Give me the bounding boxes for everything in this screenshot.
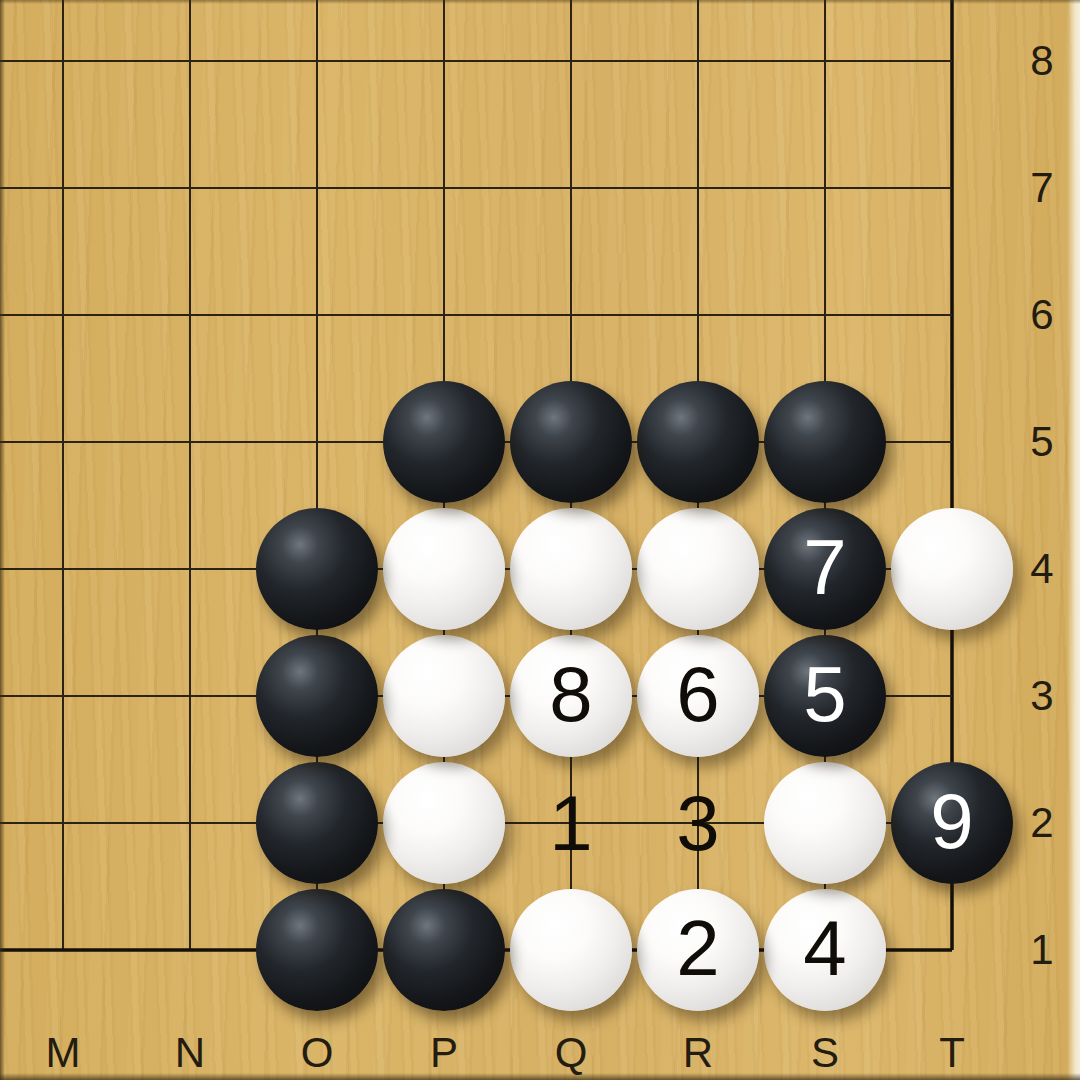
move-number-8: 8 — [549, 655, 592, 733]
stone-Q4-white[interactable] — [510, 508, 632, 630]
stone-O1-black[interactable] — [256, 889, 378, 1011]
stone-Q5-black[interactable] — [510, 381, 632, 503]
stone-S4-black[interactable]: 7 — [764, 508, 886, 630]
column-label-P: P — [409, 1026, 479, 1080]
screenshot-root: { "game": "go", "board_size": 19, "view"… — [0, 0, 1080, 1080]
stone-R4-white[interactable] — [637, 508, 759, 630]
column-label-O: O — [282, 1026, 352, 1080]
move-number-4: 4 — [803, 909, 846, 987]
stone-P3-white[interactable] — [383, 635, 505, 757]
stone-S1-white[interactable]: 4 — [764, 889, 886, 1011]
move-number-2: 2 — [676, 909, 719, 987]
column-label-Q: Q — [536, 1026, 606, 1080]
move-number-5: 5 — [803, 655, 846, 733]
move-number-9: 9 — [930, 782, 973, 860]
move-number-3-empty-point-R2[interactable]: 3 — [637, 762, 759, 884]
stone-P1-black[interactable] — [383, 889, 505, 1011]
stone-R1-white[interactable]: 2 — [637, 889, 759, 1011]
column-label-M: M — [28, 1026, 98, 1080]
row-label-6: 6 — [1007, 288, 1077, 342]
row-label-4: 4 — [1007, 542, 1077, 596]
row-label-3: 3 — [1007, 669, 1077, 723]
move-number-7: 7 — [803, 528, 846, 606]
stone-O3-black[interactable] — [256, 635, 378, 757]
row-label-5: 5 — [1007, 415, 1077, 469]
stone-T4-white[interactable] — [891, 508, 1013, 630]
move-number-6: 6 — [676, 655, 719, 733]
column-label-N: N — [155, 1026, 225, 1080]
stone-S2-white[interactable] — [764, 762, 886, 884]
row-label-8: 8 — [1007, 34, 1077, 88]
move-number-1-empty-point-Q2[interactable]: 1 — [510, 762, 632, 884]
stone-O4-black[interactable] — [256, 508, 378, 630]
stone-S5-black[interactable] — [764, 381, 886, 503]
stone-O2-black[interactable] — [256, 762, 378, 884]
stone-Q3-white[interactable]: 8 — [510, 635, 632, 757]
stone-T2-black[interactable]: 9 — [891, 762, 1013, 884]
column-label-R: R — [663, 1026, 733, 1080]
stone-S3-black[interactable]: 5 — [764, 635, 886, 757]
row-label-2: 2 — [1007, 796, 1077, 850]
go-board[interactable]: 429568713MNOPQRST87654321 — [0, 0, 1080, 1080]
stone-P4-white[interactable] — [383, 508, 505, 630]
stone-P5-black[interactable] — [383, 381, 505, 503]
column-label-T: T — [917, 1026, 987, 1080]
stone-Q1-white[interactable] — [510, 889, 632, 1011]
stone-P2-white[interactable] — [383, 762, 505, 884]
stone-R3-white[interactable]: 6 — [637, 635, 759, 757]
row-label-7: 7 — [1007, 161, 1077, 215]
row-label-1: 1 — [1007, 923, 1077, 977]
column-label-S: S — [790, 1026, 860, 1080]
stone-R5-black[interactable] — [637, 381, 759, 503]
